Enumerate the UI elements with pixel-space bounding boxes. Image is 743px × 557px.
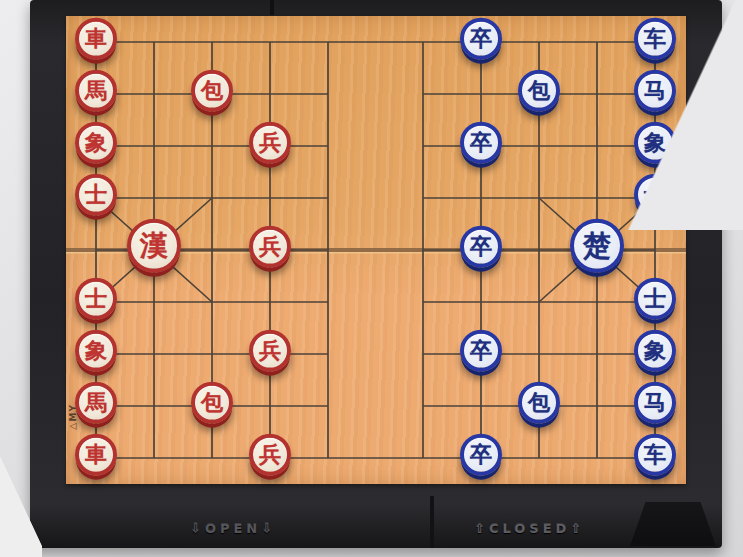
blue-chariot-glyph: 车 [644, 444, 666, 466]
piece-blue-cannon[interactable]: 包 [518, 382, 560, 424]
piece-blue-soldier[interactable]: 卒 [460, 226, 502, 268]
red-horse-glyph: 馬 [85, 80, 107, 102]
piece-red-elephant[interactable]: 象 [75, 330, 117, 372]
piece-red-soldier[interactable]: 兵 [249, 122, 291, 164]
piece-blue-soldier[interactable]: 卒 [460, 434, 502, 476]
photo-background-wedge [623, 0, 743, 230]
blue-general-glyph: 楚 [583, 232, 611, 260]
red-horse-glyph: 馬 [85, 392, 107, 414]
piece-red-chariot[interactable]: 車 [75, 434, 117, 476]
piece-blue-soldier[interactable]: 卒 [460, 330, 502, 372]
frame-hinge-notch-top [270, 0, 274, 15]
red-soldier-glyph: 兵 [259, 132, 281, 154]
red-cannon-glyph: 包 [201, 80, 223, 102]
piece-red-cannon[interactable]: 包 [191, 382, 233, 424]
blue-cannon-glyph: 包 [528, 392, 550, 414]
piece-red-advisor[interactable]: 士 [75, 174, 117, 216]
piece-red-soldier[interactable]: 兵 [249, 434, 291, 476]
piece-blue-cannon[interactable]: 包 [518, 70, 560, 112]
blue-soldier-glyph: 卒 [470, 340, 492, 362]
red-elephant-glyph: 象 [85, 132, 107, 154]
blue-soldier-glyph: 卒 [470, 132, 492, 154]
frame-open-label: ⇩OPEN⇩ [190, 521, 276, 536]
piece-red-soldier[interactable]: 兵 [249, 226, 291, 268]
photo-background: { "game": "xiangqi", "scene": { "descrip… [0, 0, 743, 557]
blue-cannon-glyph: 包 [528, 80, 550, 102]
blue-advisor-glyph: 士 [644, 288, 666, 310]
blue-elephant-glyph: 象 [644, 340, 666, 362]
blue-soldier-glyph: 卒 [470, 444, 492, 466]
red-soldier-glyph: 兵 [259, 444, 281, 466]
frame-hinge-notch-bottom [430, 496, 434, 548]
piece-red-elephant[interactable]: 象 [75, 122, 117, 164]
red-general-glyph: 漢 [140, 232, 168, 260]
piece-red-horse[interactable]: 馬 [75, 382, 117, 424]
red-elephant-glyph: 象 [85, 340, 107, 362]
piece-red-general[interactable]: 漢 [127, 219, 181, 273]
red-advisor-glyph: 士 [85, 184, 107, 206]
frame-latch[interactable] [630, 502, 716, 546]
piece-blue-advisor[interactable]: 士 [634, 278, 676, 320]
red-soldier-glyph: 兵 [259, 340, 281, 362]
red-soldier-glyph: 兵 [259, 236, 281, 258]
piece-red-chariot[interactable]: 車 [75, 18, 117, 60]
piece-blue-soldier[interactable]: 卒 [460, 122, 502, 164]
red-cannon-glyph: 包 [201, 392, 223, 414]
piece-blue-elephant[interactable]: 象 [634, 330, 676, 372]
photo-background-wedge-small [0, 447, 42, 557]
piece-red-soldier[interactable]: 兵 [249, 330, 291, 372]
piece-blue-soldier[interactable]: 卒 [460, 18, 502, 60]
piece-red-advisor[interactable]: 士 [75, 278, 117, 320]
piece-red-horse[interactable]: 馬 [75, 70, 117, 112]
red-advisor-glyph: 士 [85, 288, 107, 310]
blue-horse-glyph: 马 [644, 392, 666, 414]
piece-red-cannon[interactable]: 包 [191, 70, 233, 112]
piece-blue-horse[interactable]: 马 [634, 382, 676, 424]
piece-blue-chariot[interactable]: 车 [634, 434, 676, 476]
game-frame: ▷MY 車馬象士士象馬車漢包包兵兵兵兵卒卒卒卒卒包包楚车马象士士象马车 ⇩OPE… [30, 0, 722, 548]
red-chariot-glyph: 車 [85, 444, 107, 466]
frame-closed-label: ⇧CLOSED⇧ [474, 521, 585, 536]
blue-soldier-glyph: 卒 [470, 236, 492, 258]
piece-blue-general[interactable]: 楚 [570, 219, 624, 273]
xiangqi-board[interactable]: ▷MY 車馬象士士象馬車漢包包兵兵兵兵卒卒卒卒卒包包楚车马象士士象马车 [66, 16, 686, 484]
blue-soldier-glyph: 卒 [470, 28, 492, 50]
red-chariot-glyph: 車 [85, 28, 107, 50]
